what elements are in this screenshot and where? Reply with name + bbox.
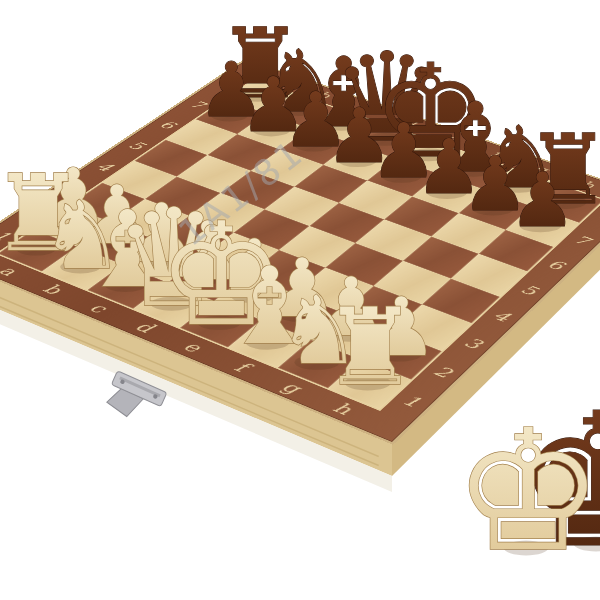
piece-dark-pawn-h7[interactable]: ♟ — [509, 156, 576, 244]
piece-white-rook-h1[interactable]: ♜ — [322, 286, 417, 409]
pieces-layer: ♜♞♟♝♟♛♟♚♟♝♟♞♟♜♟♟♟♟♜♟♞♟♝♟♛♟♚♟♝♟♞♜♚♚ — [0, 0, 600, 600]
chess-set-photo: aabbccddeeffgghh1122334455667788 ♜♞♟♝♟♛♟… — [0, 0, 600, 600]
display-piece-white-king[interactable]: ♚ — [453, 393, 600, 589]
